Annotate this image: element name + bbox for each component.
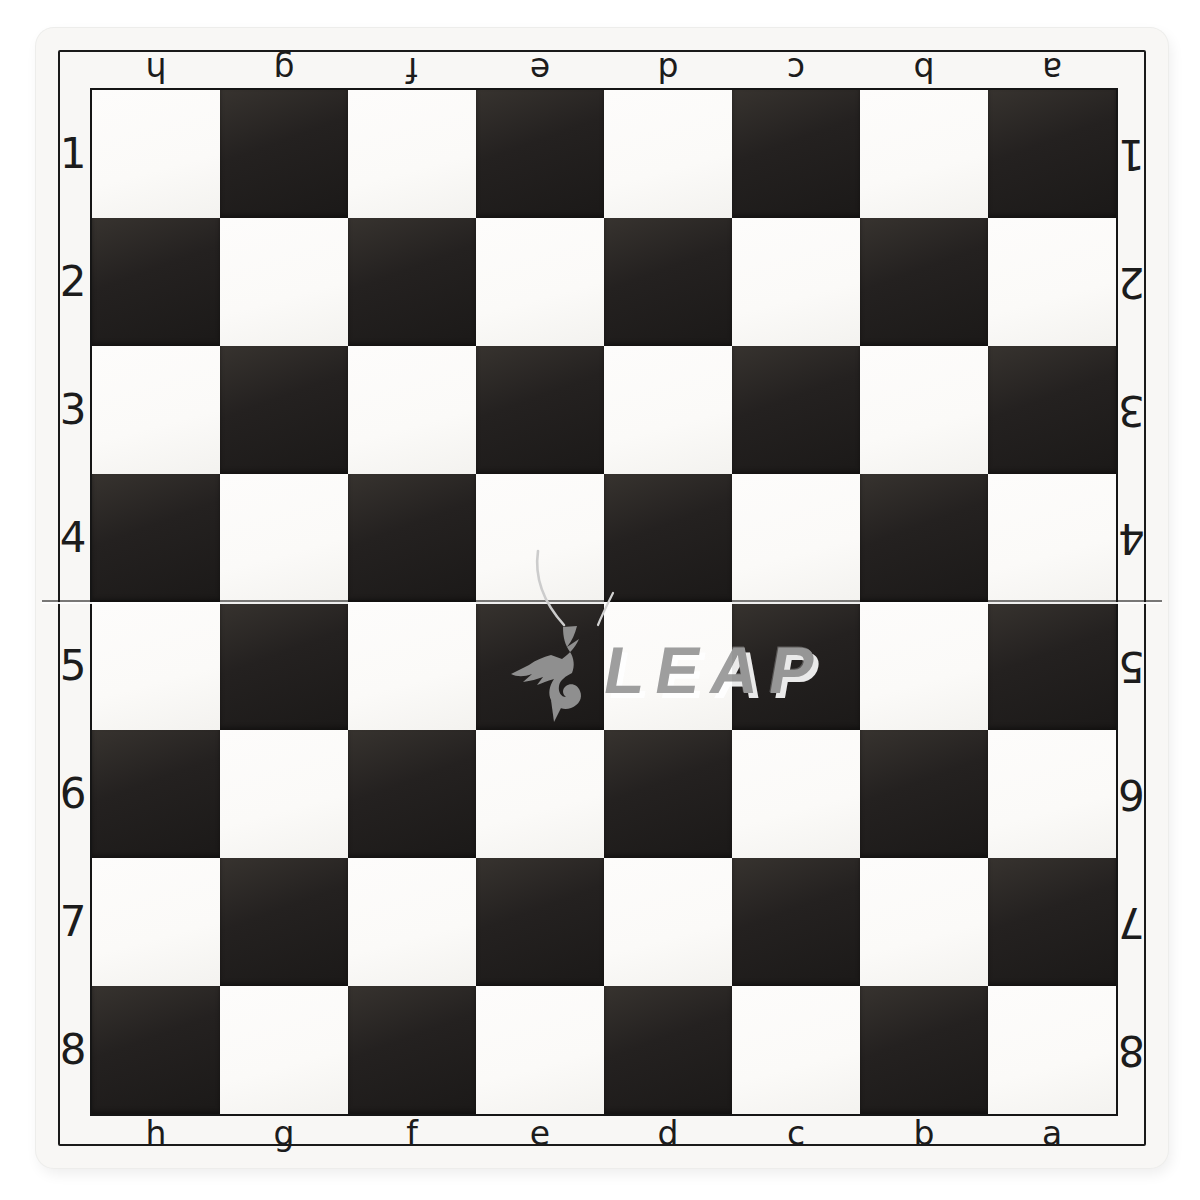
square-h4[interactable] <box>92 474 220 602</box>
square-h6[interactable] <box>92 730 220 858</box>
square-c7[interactable] <box>732 858 860 986</box>
square-c6[interactable] <box>732 730 860 858</box>
file-label-top-h: h <box>92 52 220 88</box>
rank-label-right-4: 4 <box>1118 474 1145 602</box>
chess-board: hgfedcba 12345678 12345678 hgfedcba LEAP <box>36 28 1168 1168</box>
file-labels-bottom: hgfedcba <box>92 1116 1116 1150</box>
square-h8[interactable] <box>92 986 220 1114</box>
square-b6[interactable] <box>860 730 988 858</box>
square-f4[interactable] <box>348 474 476 602</box>
square-g4[interactable] <box>220 474 348 602</box>
square-g1[interactable] <box>220 90 348 218</box>
file-label-bottom-h: h <box>92 1116 220 1150</box>
square-c4[interactable] <box>732 474 860 602</box>
square-f2[interactable] <box>348 218 476 346</box>
square-e4[interactable] <box>476 474 604 602</box>
rank-label-right-6: 6 <box>1118 730 1145 858</box>
square-c3[interactable] <box>732 346 860 474</box>
square-e1[interactable] <box>476 90 604 218</box>
file-label-bottom-b: b <box>860 1116 988 1150</box>
square-d4[interactable] <box>604 474 732 602</box>
square-a1[interactable] <box>988 90 1116 218</box>
square-f1[interactable] <box>348 90 476 218</box>
square-g6[interactable] <box>220 730 348 858</box>
square-d1[interactable] <box>604 90 732 218</box>
square-d3[interactable] <box>604 346 732 474</box>
file-label-bottom-f: f <box>348 1116 476 1150</box>
square-g3[interactable] <box>220 346 348 474</box>
square-e3[interactable] <box>476 346 604 474</box>
rank-label-right-3: 3 <box>1118 346 1145 474</box>
square-b8[interactable] <box>860 986 988 1114</box>
square-e8[interactable] <box>476 986 604 1114</box>
file-label-top-g: g <box>220 52 348 88</box>
square-c5[interactable] <box>732 602 860 730</box>
square-c8[interactable] <box>732 986 860 1114</box>
file-label-top-b: b <box>860 52 988 88</box>
file-label-top-d: d <box>604 52 732 88</box>
file-label-top-e: e <box>476 52 604 88</box>
square-d7[interactable] <box>604 858 732 986</box>
square-g7[interactable] <box>220 858 348 986</box>
square-h7[interactable] <box>92 858 220 986</box>
square-b7[interactable] <box>860 858 988 986</box>
square-b2[interactable] <box>860 218 988 346</box>
rank-label-left-5: 5 <box>56 602 90 730</box>
rank-label-left-6: 6 <box>56 730 90 858</box>
rank-label-right-2: 2 <box>1118 218 1145 346</box>
rank-label-left-7: 7 <box>56 858 90 986</box>
rank-label-left-8: 8 <box>56 986 90 1114</box>
square-a6[interactable] <box>988 730 1116 858</box>
square-b1[interactable] <box>860 90 988 218</box>
square-f5[interactable] <box>348 602 476 730</box>
square-e6[interactable] <box>476 730 604 858</box>
square-a4[interactable] <box>988 474 1116 602</box>
square-g5[interactable] <box>220 602 348 730</box>
square-d2[interactable] <box>604 218 732 346</box>
rank-label-left-1: 1 <box>56 90 90 218</box>
rank-label-right-7: 7 <box>1118 858 1145 986</box>
square-b4[interactable] <box>860 474 988 602</box>
square-f7[interactable] <box>348 858 476 986</box>
square-a7[interactable] <box>988 858 1116 986</box>
rank-label-left-3: 3 <box>56 346 90 474</box>
file-label-top-a: a <box>988 52 1116 88</box>
file-label-top-c: c <box>732 52 860 88</box>
file-label-bottom-g: g <box>220 1116 348 1150</box>
file-label-bottom-e: e <box>476 1116 604 1150</box>
square-a8[interactable] <box>988 986 1116 1114</box>
square-g2[interactable] <box>220 218 348 346</box>
square-d5[interactable] <box>604 602 732 730</box>
fold-seam <box>42 600 1162 604</box>
square-g8[interactable] <box>220 986 348 1114</box>
square-e7[interactable] <box>476 858 604 986</box>
file-label-bottom-d: d <box>604 1116 732 1150</box>
file-label-top-f: f <box>348 52 476 88</box>
square-f6[interactable] <box>348 730 476 858</box>
rank-label-left-4: 4 <box>56 474 90 602</box>
square-h3[interactable] <box>92 346 220 474</box>
square-c1[interactable] <box>732 90 860 218</box>
square-h5[interactable] <box>92 602 220 730</box>
file-labels-top: hgfedcba <box>92 52 1116 88</box>
square-h2[interactable] <box>92 218 220 346</box>
square-h1[interactable] <box>92 90 220 218</box>
file-label-bottom-a: a <box>988 1116 1116 1150</box>
rank-label-left-2: 2 <box>56 218 90 346</box>
square-a5[interactable] <box>988 602 1116 730</box>
rank-label-right-1: 1 <box>1118 90 1145 218</box>
square-a3[interactable] <box>988 346 1116 474</box>
square-b3[interactable] <box>860 346 988 474</box>
square-b5[interactable] <box>860 602 988 730</box>
rank-label-right-5: 5 <box>1118 602 1145 730</box>
square-e2[interactable] <box>476 218 604 346</box>
square-a2[interactable] <box>988 218 1116 346</box>
square-e5[interactable] <box>476 602 604 730</box>
square-d6[interactable] <box>604 730 732 858</box>
square-c2[interactable] <box>732 218 860 346</box>
square-f3[interactable] <box>348 346 476 474</box>
file-label-bottom-c: c <box>732 1116 860 1150</box>
rank-label-right-8: 8 <box>1118 986 1145 1114</box>
square-f8[interactable] <box>348 986 476 1114</box>
square-d8[interactable] <box>604 986 732 1114</box>
